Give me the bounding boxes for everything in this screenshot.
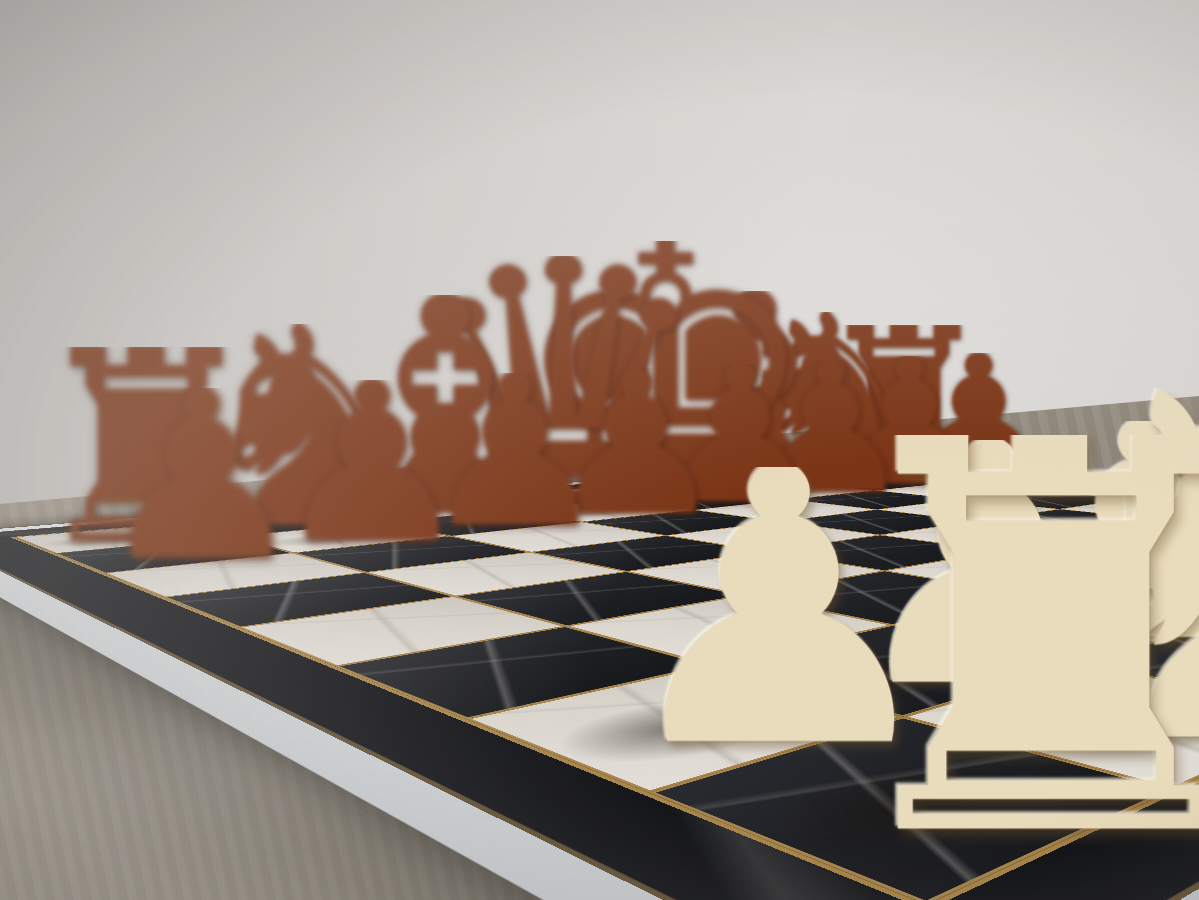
chessboard-squares-grid: ♜♞♝♛♚♝♞♜♟♟♟♟♟♟♟♟♟♟♟♟♟♟♟♟♜♞♝♛♚♝♞♜ [10,464,1199,900]
piece-black-pawn-a7: ♟ [95,388,307,565]
board-perspective-container: ♜♞♝♛♚♝♞♜♟♟♟♟♟♟♟♟♟♟♟♟♟♟♟♟♜♞♝♛♚♝♞♜ [0,0,1199,900]
piece-white-rook-a1: ♜ [807,435,1199,844]
chessboard-rim: ♜♞♝♛♚♝♞♜♟♟♟♟♟♟♟♟♟♟♟♟♟♟♟♟♜♞♝♛♚♝♞♜ [0,458,1199,900]
photo-scene: ♜♞♝♛♚♝♞♜♟♟♟♟♟♟♟♟♟♟♟♟♟♟♟♟♜♞♝♛♚♝♞♜ [0,0,1199,900]
chessboard-margin: ♜♞♝♛♚♝♞♜♟♟♟♟♟♟♟♟♟♟♟♟♟♟♟♟♜♞♝♛♚♝♞♜ [0,460,1199,900]
